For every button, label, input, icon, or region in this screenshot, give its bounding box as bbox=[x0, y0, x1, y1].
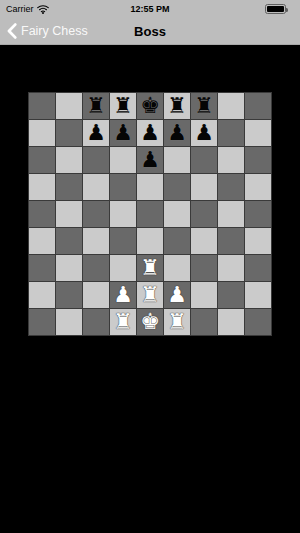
board-cell[interactable] bbox=[56, 201, 82, 227]
board-cell[interactable] bbox=[83, 255, 109, 281]
board-cell[interactable]: ♟ bbox=[83, 120, 109, 146]
board-cell[interactable] bbox=[29, 147, 55, 173]
carrier-label: Carrier bbox=[6, 4, 34, 14]
battery-nub bbox=[286, 8, 288, 12]
board-cell[interactable] bbox=[83, 309, 109, 335]
board-cell[interactable] bbox=[83, 201, 109, 227]
board-cell[interactable]: ♜ bbox=[164, 309, 190, 335]
board-cell[interactable] bbox=[218, 120, 244, 146]
status-bar: Carrier 12:55 PM bbox=[0, 0, 300, 18]
board-cell[interactable] bbox=[83, 282, 109, 308]
board-cell[interactable] bbox=[191, 174, 217, 200]
board-cell[interactable] bbox=[218, 309, 244, 335]
board-cell[interactable] bbox=[110, 147, 136, 173]
board-cell[interactable] bbox=[56, 93, 82, 119]
white-rook: ♜ bbox=[113, 309, 133, 335]
board-cell[interactable] bbox=[110, 174, 136, 200]
white-pawn-flat: ♟ bbox=[167, 282, 187, 308]
board-cell[interactable] bbox=[83, 147, 109, 173]
board-cell[interactable]: ♜ bbox=[191, 93, 217, 119]
black-pawn-spire: ♟ bbox=[167, 120, 187, 146]
board-cell[interactable] bbox=[191, 228, 217, 254]
status-bar-left: Carrier bbox=[6, 4, 96, 14]
page-title: Boss bbox=[134, 24, 166, 39]
board-cell[interactable] bbox=[56, 282, 82, 308]
board-cell[interactable]: ♚ bbox=[137, 93, 163, 119]
board-cell[interactable] bbox=[191, 282, 217, 308]
board-cell[interactable] bbox=[218, 228, 244, 254]
board-cell[interactable] bbox=[29, 255, 55, 281]
board-cell[interactable] bbox=[245, 201, 271, 227]
board-cell[interactable] bbox=[245, 174, 271, 200]
board-cell[interactable] bbox=[137, 201, 163, 227]
white-rook: ♜ bbox=[167, 309, 187, 335]
back-button[interactable]: Fairy Chess bbox=[7, 18, 88, 44]
black-pawn-flat: ♟ bbox=[140, 120, 160, 146]
board-cell[interactable] bbox=[29, 309, 55, 335]
white-rook: ♜ bbox=[140, 255, 160, 281]
status-bar-right bbox=[204, 4, 294, 14]
board-cell[interactable] bbox=[56, 147, 82, 173]
board-cell[interactable] bbox=[164, 147, 190, 173]
board-cell[interactable] bbox=[137, 228, 163, 254]
board-cell[interactable] bbox=[245, 93, 271, 119]
board-cell[interactable]: ♟ bbox=[110, 120, 136, 146]
board-cell[interactable]: ♟ bbox=[137, 147, 163, 173]
board-cell[interactable] bbox=[56, 309, 82, 335]
board-cell[interactable]: ♟ bbox=[164, 120, 190, 146]
black-pawn-spire: ♟ bbox=[194, 120, 214, 146]
black-pawn-spire: ♟ bbox=[113, 120, 133, 146]
board-cell[interactable] bbox=[137, 174, 163, 200]
board-cell[interactable] bbox=[29, 93, 55, 119]
board-cell[interactable] bbox=[29, 282, 55, 308]
black-rook: ♜ bbox=[167, 93, 187, 119]
board-cell[interactable] bbox=[218, 174, 244, 200]
board-cell[interactable] bbox=[29, 120, 55, 146]
board-cell[interactable] bbox=[110, 255, 136, 281]
battery-level bbox=[267, 6, 284, 12]
board-cell[interactable] bbox=[56, 174, 82, 200]
board-cell[interactable]: ♚ bbox=[137, 309, 163, 335]
board-cell[interactable] bbox=[29, 201, 55, 227]
black-rook: ♜ bbox=[86, 93, 106, 119]
board-cell[interactable]: ♜ bbox=[137, 255, 163, 281]
board-cell[interactable] bbox=[29, 228, 55, 254]
board-cell[interactable] bbox=[218, 201, 244, 227]
white-king: ♚ bbox=[140, 309, 160, 335]
board-cell[interactable]: ♜ bbox=[83, 93, 109, 119]
black-rook: ♜ bbox=[194, 93, 214, 119]
board-cell[interactable]: ♟ bbox=[137, 120, 163, 146]
board-cell[interactable]: ♟ bbox=[110, 282, 136, 308]
board-cell[interactable] bbox=[191, 255, 217, 281]
game-area: ♜♜♚♜♜♟♟♟♟♟♟♜♟♜♟♜♚♜ bbox=[0, 45, 300, 533]
board-cell[interactable] bbox=[83, 228, 109, 254]
board-cell[interactable] bbox=[191, 309, 217, 335]
board-cell[interactable] bbox=[245, 147, 271, 173]
board-cell[interactable] bbox=[110, 201, 136, 227]
board-cell[interactable]: ♜ bbox=[110, 93, 136, 119]
board-cell[interactable]: ♜ bbox=[137, 282, 163, 308]
board-cell[interactable] bbox=[191, 147, 217, 173]
board-cell[interactable] bbox=[245, 255, 271, 281]
back-label: Fairy Chess bbox=[21, 24, 88, 38]
board-cell[interactable]: ♜ bbox=[110, 309, 136, 335]
status-time: 12:55 PM bbox=[96, 4, 204, 14]
board-cell[interactable] bbox=[164, 228, 190, 254]
black-king: ♚ bbox=[140, 93, 160, 119]
board-cell[interactable] bbox=[245, 309, 271, 335]
back-chevron-icon bbox=[7, 23, 17, 39]
white-pawn-flat: ♟ bbox=[113, 282, 133, 308]
board-cell[interactable] bbox=[56, 228, 82, 254]
board-cell[interactable]: ♜ bbox=[164, 93, 190, 119]
board-cell[interactable] bbox=[56, 120, 82, 146]
board-cell[interactable] bbox=[245, 120, 271, 146]
board-cell[interactable] bbox=[110, 228, 136, 254]
board-cell[interactable] bbox=[218, 255, 244, 281]
board-cell[interactable]: ♟ bbox=[191, 120, 217, 146]
board-cell[interactable] bbox=[83, 174, 109, 200]
black-rook: ♜ bbox=[113, 93, 133, 119]
wifi-icon bbox=[37, 5, 49, 14]
board-cell[interactable] bbox=[164, 201, 190, 227]
board-cell[interactable]: ♟ bbox=[164, 282, 190, 308]
battery-icon bbox=[265, 4, 286, 14]
board-cell[interactable] bbox=[218, 282, 244, 308]
chess-board[interactable]: ♜♜♚♜♜♟♟♟♟♟♟♜♟♜♟♜♚♜ bbox=[28, 92, 272, 336]
board-cell[interactable] bbox=[218, 147, 244, 173]
board-cell[interactable] bbox=[218, 93, 244, 119]
board-cell[interactable] bbox=[191, 201, 217, 227]
board-cell[interactable] bbox=[164, 255, 190, 281]
app-screen: Carrier 12:55 PM Fairy Chess Boss ♜♜♚♜ bbox=[0, 0, 300, 533]
board-cell[interactable] bbox=[29, 174, 55, 200]
board-cell[interactable] bbox=[56, 255, 82, 281]
board-cell[interactable] bbox=[164, 174, 190, 200]
board-cell[interactable] bbox=[245, 282, 271, 308]
nav-bar: Fairy Chess Boss bbox=[0, 18, 300, 45]
board-cell[interactable] bbox=[245, 228, 271, 254]
black-pawn-spire: ♟ bbox=[140, 147, 160, 173]
black-pawn-spire: ♟ bbox=[86, 120, 106, 146]
white-rook: ♜ bbox=[140, 282, 160, 308]
